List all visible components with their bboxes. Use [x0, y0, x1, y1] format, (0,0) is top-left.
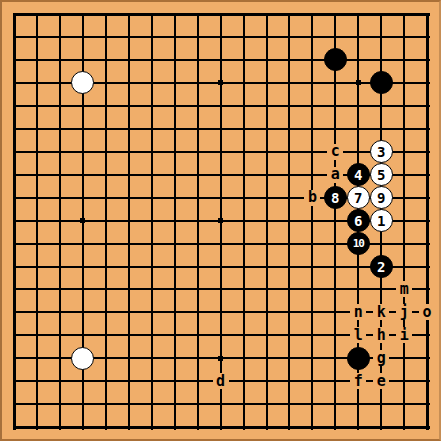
move-number: 4: [354, 168, 362, 182]
point-label-c: c: [327, 144, 343, 160]
grid-line-vertical: [426, 13, 429, 430]
grid-line-vertical: [334, 13, 336, 430]
move-7-stone: 7: [347, 186, 370, 209]
point-label-d: d: [213, 373, 229, 389]
point-label-l: l: [350, 327, 366, 343]
grid-line-horizontal: [13, 288, 430, 290]
star-point: [218, 218, 223, 223]
move-number: 10: [353, 238, 364, 249]
point-label-h: h: [373, 327, 389, 343]
move-1-stone: 1: [370, 209, 393, 232]
star-point: [356, 80, 361, 85]
move-number: 6: [354, 214, 362, 228]
point-label-o: o: [419, 304, 435, 320]
black-stone: [370, 71, 393, 94]
move-number: 3: [377, 145, 385, 159]
grid-line-horizontal: [13, 266, 430, 268]
white-stone: [71, 71, 94, 94]
grid-line-horizontal: [13, 334, 430, 336]
point-label-j: j: [396, 304, 412, 320]
point-label-b: b: [304, 190, 320, 206]
black-stone: [347, 347, 370, 370]
move-number: 5: [377, 168, 385, 182]
move-number: 8: [331, 191, 339, 205]
point-label-i: i: [396, 327, 412, 343]
move-8-stone: 8: [324, 186, 347, 209]
go-board-diagram: abcdefghijklmno12345678910: [0, 0, 441, 441]
point-label-k: k: [373, 304, 389, 320]
grid-line-vertical: [288, 13, 290, 430]
move-6-stone: 6: [347, 209, 370, 232]
point-label-n: n: [350, 304, 366, 320]
black-stone: [324, 48, 347, 71]
point-label-a: a: [327, 167, 343, 183]
move-5-stone: 5: [370, 163, 393, 186]
go-board[interactable]: abcdefghijklmno12345678910: [0, 0, 441, 441]
grid-line-vertical: [311, 13, 313, 430]
move-number: 9: [377, 191, 385, 205]
move-number: 2: [377, 260, 385, 274]
grid-line-vertical: [403, 13, 405, 430]
star-point: [218, 356, 223, 361]
grid-line-vertical: [266, 13, 268, 430]
grid-line-horizontal: [13, 311, 430, 313]
point-label-m: m: [396, 281, 412, 297]
point-label-f: f: [350, 373, 366, 389]
white-stone: [71, 347, 94, 370]
move-number: 1: [377, 214, 385, 228]
star-point: [80, 218, 85, 223]
point-label-g: g: [373, 350, 389, 366]
move-2-stone: 2: [370, 255, 393, 278]
point-label-e: e: [373, 373, 389, 389]
grid-line-horizontal: [13, 426, 430, 429]
grid-line-vertical: [243, 13, 245, 430]
move-3-stone: 3: [370, 140, 393, 163]
move-10-stone: 10: [347, 232, 370, 255]
move-number: 7: [354, 191, 362, 205]
move-4-stone: 4: [347, 163, 370, 186]
move-9-stone: 9: [370, 186, 393, 209]
star-point: [218, 80, 223, 85]
grid-line-horizontal: [13, 403, 430, 405]
